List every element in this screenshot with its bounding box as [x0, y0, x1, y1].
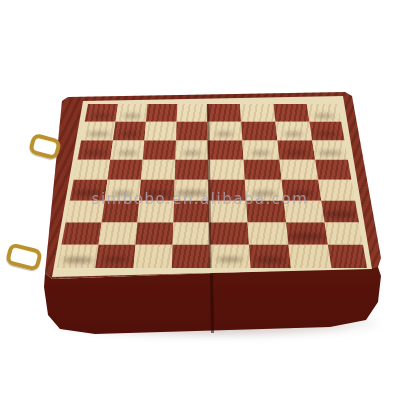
chess-set-photo: ♜♟♜♞♟♟♟♞♝♟♟♟♝♝♛♟♞♚♞♟♛♚♟♜♟♜ simbobo.en.al…	[0, 0, 400, 400]
bishop-glyph: ♝	[318, 124, 341, 154]
piece-copper-bishop-h6[interactable]: ♝	[285, 124, 375, 154]
pawn-glyph: ♟	[118, 129, 137, 154]
piece-brass-rook-a1[interactable]: ♜	[33, 225, 123, 262]
piece-copper-rook-f1[interactable]: ♜	[225, 225, 315, 262]
watermark-text: simbobo.en.alibaba.com	[0, 190, 400, 208]
king-glyph: ♚	[176, 154, 207, 195]
rook-glyph: ♜	[64, 225, 92, 262]
rook-glyph: ♜	[256, 225, 284, 262]
